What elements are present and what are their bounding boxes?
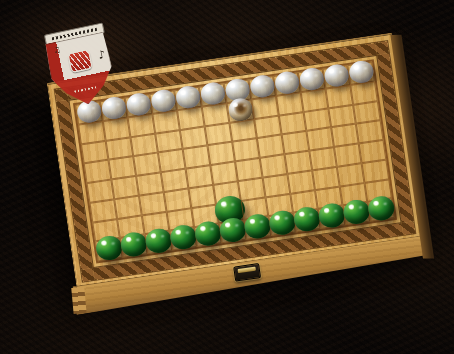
crest-music-note-icon: ♪ [97,48,107,62]
board-cell[interactable] [293,209,321,232]
board-cell[interactable] [219,220,247,243]
board-cell[interactable] [95,238,123,261]
board-cell[interactable] [169,227,197,250]
crest-music-note-icon: ♫ [52,45,61,55]
board-cell[interactable] [120,235,148,258]
crest-drum-icon [67,49,93,73]
board-cell[interactable] [145,231,173,254]
board-cell[interactable] [194,224,222,247]
finger-joints [71,287,86,314]
brass-latch-plate [238,267,256,274]
photo-scene: ♪ ♫ [0,0,454,354]
crest-illegible-script [74,86,98,93]
board-cell[interactable] [367,198,395,221]
board-cell[interactable] [268,213,296,236]
board-cell[interactable] [343,202,371,225]
board-cell[interactable] [244,216,272,239]
board-cell[interactable] [318,206,346,229]
